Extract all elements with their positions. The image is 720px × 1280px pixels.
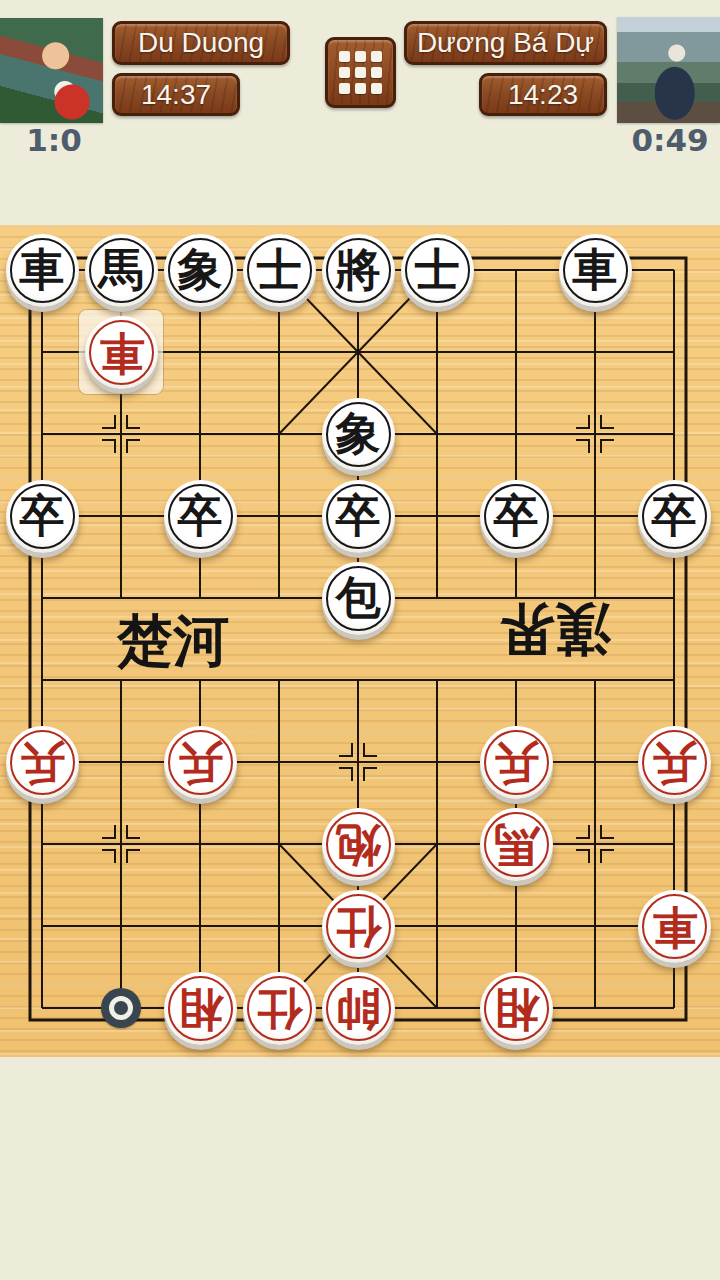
xiangqi-board[interactable]: 楚河 漢界 車馬象士將士車車象卒卒卒卒卒包兵兵兵兵炮馬仕車相仕帥相 xyxy=(0,225,720,1057)
player1-clock: 14:37 xyxy=(112,73,240,116)
piece-ring xyxy=(642,484,707,549)
piece-face: 卒 xyxy=(638,480,711,553)
piece-ring xyxy=(484,812,549,877)
piece-black-soldier[interactable]: 卒 xyxy=(480,480,553,553)
piece-ring xyxy=(326,566,391,631)
piece-ring xyxy=(168,976,233,1041)
piece-red-elephant[interactable]: 相 xyxy=(480,972,553,1045)
piece-face: 卒 xyxy=(480,480,553,553)
player1-name-plate: Du Duong xyxy=(112,21,290,65)
piece-red-elephant[interactable]: 相 xyxy=(164,972,237,1045)
piece-ring xyxy=(89,238,154,303)
piece-black-horse[interactable]: 馬 xyxy=(85,234,158,307)
piece-face: 車 xyxy=(85,316,158,389)
piece-black-cannon[interactable]: 包 xyxy=(322,562,395,635)
piece-face: 象 xyxy=(164,234,237,307)
piece-face: 帥 xyxy=(322,972,395,1045)
player2-avatar[interactable] xyxy=(617,17,720,123)
piece-face: 相 xyxy=(480,972,553,1045)
top-bar: Du Duong 14:37 Dương Bá Dự 14:23 1:0 0:4… xyxy=(0,0,720,225)
piece-face: 兵 xyxy=(6,726,79,799)
piece-red-soldier[interactable]: 兵 xyxy=(6,726,79,799)
piece-red-general[interactable]: 帥 xyxy=(322,972,395,1045)
piece-ring xyxy=(484,976,549,1041)
piece-ring xyxy=(326,484,391,549)
piece-face: 車 xyxy=(638,890,711,963)
piece-ring xyxy=(10,730,75,795)
piece-red-cannon[interactable]: 炮 xyxy=(322,808,395,881)
river-label-chu-he: 楚河 xyxy=(117,612,278,668)
piece-black-soldier[interactable]: 卒 xyxy=(638,480,711,553)
player1-name: Du Duong xyxy=(138,27,264,59)
piece-black-advisor[interactable]: 士 xyxy=(401,234,474,307)
piece-ring xyxy=(484,484,549,549)
river-label-han-jie: 漢界 xyxy=(452,602,611,658)
piece-ring xyxy=(168,238,233,303)
piece-face: 相 xyxy=(164,972,237,1045)
piece-ring xyxy=(326,238,391,303)
piece-ring xyxy=(642,894,707,959)
piece-ring xyxy=(563,238,628,303)
piece-black-soldier[interactable]: 卒 xyxy=(6,480,79,553)
piece-ring xyxy=(326,812,391,877)
piece-face: 兵 xyxy=(638,726,711,799)
piece-face: 馬 xyxy=(85,234,158,307)
piece-ring xyxy=(484,730,549,795)
piece-ring xyxy=(247,976,312,1041)
piece-black-soldier[interactable]: 卒 xyxy=(164,480,237,553)
piece-red-soldier[interactable]: 兵 xyxy=(480,726,553,799)
piece-red-soldier[interactable]: 兵 xyxy=(164,726,237,799)
piece-ring xyxy=(10,484,75,549)
piece-face: 車 xyxy=(6,234,79,307)
piece-ring xyxy=(168,730,233,795)
piece-ring xyxy=(10,238,75,303)
player2-name-plate: Dương Bá Dự xyxy=(404,21,607,65)
piece-face: 卒 xyxy=(322,480,395,553)
piece-red-chariot[interactable]: 車 xyxy=(85,316,158,389)
piece-face: 士 xyxy=(243,234,316,307)
piece-black-elephant[interactable]: 象 xyxy=(164,234,237,307)
piece-red-advisor[interactable]: 仕 xyxy=(322,890,395,963)
piece-red-soldier[interactable]: 兵 xyxy=(638,726,711,799)
piece-ring xyxy=(642,730,707,795)
player2-time: 14:23 xyxy=(508,79,578,111)
piece-black-elephant[interactable]: 象 xyxy=(322,398,395,471)
piece-face: 卒 xyxy=(6,480,79,553)
piece-face: 仕 xyxy=(322,890,395,963)
piece-black-general[interactable]: 將 xyxy=(322,234,395,307)
piece-ring xyxy=(247,238,312,303)
player1-score: 1:0 xyxy=(16,122,92,158)
piece-ring xyxy=(405,238,470,303)
last-move-origin-marker xyxy=(101,988,141,1028)
piece-face: 包 xyxy=(322,562,395,635)
piece-black-chariot[interactable]: 車 xyxy=(559,234,632,307)
piece-face: 將 xyxy=(322,234,395,307)
piece-face: 仕 xyxy=(243,972,316,1045)
piece-ring xyxy=(89,320,154,385)
grid-menu-icon xyxy=(339,51,382,94)
menu-button[interactable] xyxy=(325,37,396,108)
piece-ring xyxy=(326,402,391,467)
piece-face: 車 xyxy=(559,234,632,307)
player1-time: 14:37 xyxy=(141,79,211,111)
piece-face: 馬 xyxy=(480,808,553,881)
piece-ring xyxy=(326,976,391,1041)
piece-face: 兵 xyxy=(164,726,237,799)
player2-name: Dương Bá Dự xyxy=(417,27,594,59)
player2-clock: 14:23 xyxy=(479,73,607,116)
piece-ring xyxy=(326,894,391,959)
piece-ring xyxy=(168,484,233,549)
xiangqi-app-screen: { "game": "xiangqi", "position": "rnbaka… xyxy=(0,0,720,1280)
player1-avatar[interactable] xyxy=(0,18,103,123)
piece-face: 炮 xyxy=(322,808,395,881)
player2-score: 0:49 xyxy=(628,122,712,158)
piece-black-chariot[interactable]: 車 xyxy=(6,234,79,307)
piece-face: 士 xyxy=(401,234,474,307)
piece-face: 卒 xyxy=(164,480,237,553)
piece-black-soldier[interactable]: 卒 xyxy=(322,480,395,553)
piece-face: 兵 xyxy=(480,726,553,799)
piece-red-chariot[interactable]: 車 xyxy=(638,890,711,963)
piece-black-advisor[interactable]: 士 xyxy=(243,234,316,307)
piece-face: 象 xyxy=(322,398,395,471)
origin-marker-ring xyxy=(109,996,133,1020)
piece-red-advisor[interactable]: 仕 xyxy=(243,972,316,1045)
piece-red-horse[interactable]: 馬 xyxy=(480,808,553,881)
